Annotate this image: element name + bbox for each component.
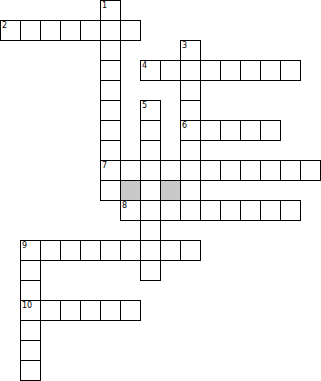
- crossword-cell[interactable]: [120, 20, 141, 41]
- crossword-board: 12345678910: [0, 0, 321, 381]
- crossword-cell[interactable]: [100, 100, 121, 121]
- crossword-cell[interactable]: [20, 360, 41, 381]
- crossword-cell[interactable]: [240, 60, 261, 81]
- crossword-cell[interactable]: [120, 300, 141, 321]
- crossword-cell[interactable]: [140, 140, 161, 161]
- crossword-cell[interactable]: [140, 200, 161, 221]
- crossword-cell[interactable]: [300, 160, 321, 181]
- crossword-cell[interactable]: [160, 240, 181, 261]
- crossword-cell[interactable]: [280, 160, 301, 181]
- crossword-cell[interactable]: [260, 160, 281, 181]
- crossword-cell[interactable]: [20, 240, 41, 261]
- crossword-cell[interactable]: [200, 120, 221, 141]
- crossword-cell[interactable]: [200, 200, 221, 221]
- crossword-cell[interactable]: [40, 300, 61, 321]
- crossword-cell[interactable]: [200, 160, 221, 181]
- crossword-cell[interactable]: [20, 340, 41, 361]
- crossword-cell[interactable]: [160, 160, 181, 181]
- crossword-cell[interactable]: [140, 180, 161, 201]
- crossword-cell[interactable]: [100, 140, 121, 161]
- crossword-cell[interactable]: [180, 180, 201, 201]
- crossword-cell[interactable]: [100, 300, 121, 321]
- crossword-cell[interactable]: [260, 200, 281, 221]
- crossword-cell[interactable]: [100, 240, 121, 261]
- crossword-cell[interactable]: [160, 200, 181, 221]
- crossword-cell[interactable]: [180, 240, 201, 261]
- crossword-cell[interactable]: [100, 80, 121, 101]
- crossword-cell[interactable]: [100, 60, 121, 81]
- crossword-cell[interactable]: [100, 40, 121, 61]
- crossword-cell[interactable]: [180, 40, 201, 61]
- crossword-cell[interactable]: [100, 20, 121, 41]
- crossword-cell[interactable]: [140, 220, 161, 241]
- crossword-cell[interactable]: [80, 240, 101, 261]
- crossword-cell[interactable]: [120, 200, 141, 221]
- crossword-cell[interactable]: [20, 280, 41, 301]
- crossword-cell[interactable]: [260, 60, 281, 81]
- crossword-cell[interactable]: [20, 20, 41, 41]
- crossword-cell[interactable]: [40, 240, 61, 261]
- crossword-cell[interactable]: [80, 300, 101, 321]
- crossword-cell[interactable]: [180, 140, 201, 161]
- crossword-cell[interactable]: [140, 100, 161, 121]
- crossword-cell[interactable]: [180, 120, 201, 141]
- crossword-cell[interactable]: [100, 160, 121, 181]
- crossword-cell[interactable]: [220, 60, 241, 81]
- crossword-cell[interactable]: [240, 160, 261, 181]
- crossword-cell[interactable]: [140, 120, 161, 141]
- crossword-cell[interactable]: [100, 0, 121, 21]
- crossword-cell[interactable]: [160, 60, 181, 81]
- crossword-cell[interactable]: [180, 160, 201, 181]
- crossword-cell-shaded: [120, 180, 141, 201]
- crossword-cell[interactable]: [140, 160, 161, 181]
- crossword-cell[interactable]: [180, 200, 201, 221]
- crossword-cell[interactable]: [200, 60, 221, 81]
- crossword-cell[interactable]: [80, 20, 101, 41]
- crossword-cell[interactable]: [60, 20, 81, 41]
- crossword-cell[interactable]: [280, 200, 301, 221]
- crossword-cell-shaded: [160, 180, 181, 201]
- crossword-cell[interactable]: [220, 200, 241, 221]
- crossword-cell[interactable]: [260, 120, 281, 141]
- crossword-cell[interactable]: [180, 80, 201, 101]
- crossword-cell[interactable]: [100, 180, 121, 201]
- crossword-cell[interactable]: [180, 60, 201, 81]
- crossword-cell[interactable]: [120, 160, 141, 181]
- crossword-cell[interactable]: [120, 240, 141, 261]
- crossword-cell[interactable]: [20, 300, 41, 321]
- crossword-cell[interactable]: [140, 260, 161, 281]
- crossword-cell[interactable]: [180, 100, 201, 121]
- crossword-cell[interactable]: [20, 260, 41, 281]
- crossword-cell[interactable]: [220, 120, 241, 141]
- crossword-cell[interactable]: [60, 240, 81, 261]
- crossword-cell[interactable]: [280, 60, 301, 81]
- crossword-cell[interactable]: [240, 120, 261, 141]
- crossword-cell[interactable]: [100, 120, 121, 141]
- crossword-cell[interactable]: [140, 60, 161, 81]
- crossword-cell[interactable]: [20, 320, 41, 341]
- crossword-cell[interactable]: [0, 20, 21, 41]
- crossword-cell[interactable]: [240, 200, 261, 221]
- crossword-cell[interactable]: [60, 300, 81, 321]
- crossword-cell[interactable]: [140, 240, 161, 261]
- crossword-cell[interactable]: [40, 20, 61, 41]
- crossword-cell[interactable]: [220, 160, 241, 181]
